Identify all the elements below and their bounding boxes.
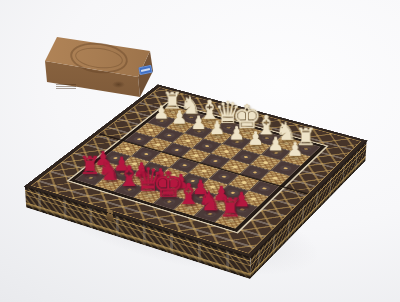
white-pawn-b7: ♟ xyxy=(171,108,189,126)
white-pawn-f7: ♟ xyxy=(247,129,266,148)
brass-clasp xyxy=(107,209,114,223)
white-pawn-c7: ♟ xyxy=(189,113,207,131)
box-front-stamp-icon xyxy=(112,81,125,88)
white-pawn-e7: ♟ xyxy=(227,124,246,143)
photo-of-chess-set: ♜♞♝♛♚♝♞♜♟♟♟♟♟♟♟♟♟♟♟♟♟♟♟♟♜♞♝♛♚♝♞♜ xyxy=(0,0,400,302)
wooden-box xyxy=(40,30,160,102)
box-text-stamp xyxy=(56,83,76,92)
red-rook-h1: ♜ xyxy=(217,195,242,220)
white-pawn-d7: ♟ xyxy=(208,119,226,137)
white-pawn-h7: ♟ xyxy=(286,140,305,159)
white-pawn-g7: ♟ xyxy=(266,134,285,153)
white-pawn-a7: ♟ xyxy=(152,103,170,121)
